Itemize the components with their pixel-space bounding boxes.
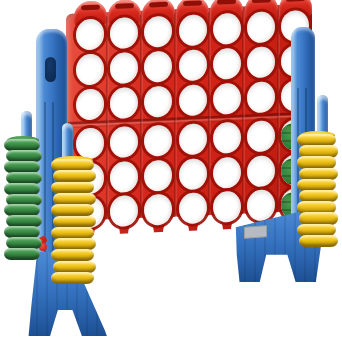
column-divider bbox=[208, 12, 211, 218]
drop-slot-col4 bbox=[183, 0, 202, 6]
drop-slot-col2 bbox=[115, 3, 134, 9]
column-divider bbox=[106, 16, 109, 222]
yellow-disc bbox=[53, 261, 96, 273]
yellow-disc bbox=[51, 159, 94, 171]
drop-slot-col6 bbox=[252, 0, 271, 3]
column-divider bbox=[242, 10, 245, 216]
drop-slot-col5 bbox=[217, 0, 236, 5]
yellow-disc bbox=[53, 216, 96, 228]
column-divider bbox=[277, 9, 280, 215]
drop-slot-col7 bbox=[286, 0, 305, 2]
yellow-disc bbox=[299, 212, 338, 224]
yellow-disc-stack-left-inner bbox=[51, 159, 96, 284]
green-disc bbox=[4, 183, 40, 195]
yellow-disc-stack-right-front bbox=[297, 134, 338, 247]
column-divider bbox=[174, 13, 177, 219]
green-disc bbox=[6, 172, 42, 184]
yellow-disc bbox=[299, 235, 338, 247]
column-divider bbox=[140, 15, 143, 221]
yellow-disc bbox=[51, 249, 94, 261]
yellow-disc bbox=[53, 170, 96, 182]
drop-slot-col1 bbox=[81, 5, 100, 11]
yellow-disc bbox=[51, 227, 94, 239]
yellow-disc bbox=[51, 182, 94, 194]
giant-connect-four-photo bbox=[0, 0, 342, 342]
product-sticker bbox=[244, 225, 267, 239]
green-disc bbox=[4, 248, 40, 260]
drop-slot-col3 bbox=[149, 2, 168, 8]
yellow-disc bbox=[53, 193, 96, 205]
carry-handle-hole bbox=[45, 57, 56, 82]
yellow-disc bbox=[297, 156, 336, 168]
green-disc-stack-left-outer bbox=[4, 139, 42, 260]
yellow-disc bbox=[53, 238, 96, 250]
yellow-disc bbox=[51, 272, 94, 284]
game-board bbox=[66, 0, 312, 236]
yellow-disc bbox=[51, 204, 94, 216]
